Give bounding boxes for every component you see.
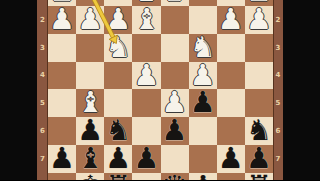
square-a2[interactable]: ♟ <box>245 6 273 34</box>
square-a3[interactable] <box>245 34 273 62</box>
square-c6[interactable] <box>189 117 217 145</box>
square-d6[interactable]: ♟ <box>161 117 189 145</box>
square-c5[interactable]: ♟ <box>189 89 217 117</box>
square-b3[interactable] <box>217 34 245 62</box>
rank-label-right-6: 6 <box>273 127 283 135</box>
piece-black-pawn-h7[interactable]: ♟ <box>49 145 75 173</box>
square-d2[interactable] <box>161 6 189 34</box>
square-b8[interactable] <box>217 173 245 181</box>
square-b4[interactable] <box>217 62 245 90</box>
piece-white-pawn-a2[interactable]: ♟ <box>246 6 272 34</box>
square-g2[interactable]: ♟ <box>76 6 104 34</box>
square-e2[interactable]: ♝ <box>132 6 160 34</box>
piece-black-pawn-d6[interactable]: ♟ <box>162 117 188 145</box>
rank-label-left-7: 7 <box>37 155 48 163</box>
square-e8[interactable] <box>132 173 160 181</box>
chess-board[interactable]: ♜♚♛♜♟♟♟♝♟♟♞♞♟♟♝♟♟♟♞♟♞♟♝♟♟♟♟♚♜♛♝♜ <box>48 0 273 180</box>
square-h7[interactable]: ♟ <box>48 145 76 173</box>
rank-label-left-4: 4 <box>37 71 48 79</box>
square-h3[interactable] <box>48 34 76 62</box>
square-h4[interactable] <box>48 62 76 90</box>
rank-label-left-5: 5 <box>37 99 48 107</box>
piece-black-king-g8[interactable]: ♚ <box>77 173 103 181</box>
piece-black-pawn-e7[interactable]: ♟ <box>133 145 159 173</box>
piece-black-rook-a8[interactable]: ♜ <box>246 173 272 181</box>
square-h8[interactable] <box>48 173 76 181</box>
square-f3[interactable]: ♞ <box>104 34 132 62</box>
piece-white-pawn-g2[interactable]: ♟ <box>77 6 103 34</box>
piece-black-rook-f8[interactable]: ♜ <box>105 173 131 181</box>
piece-white-pawn-e4[interactable]: ♟ <box>133 62 159 90</box>
rank-label-right-3: 3 <box>273 44 283 52</box>
square-f8[interactable]: ♜ <box>104 173 132 181</box>
letterbox-right <box>283 0 320 180</box>
rank-label-right-7: 7 <box>273 155 283 163</box>
piece-black-queen-d8[interactable]: ♛ <box>162 173 188 181</box>
square-d8[interactable]: ♛ <box>161 173 189 181</box>
piece-white-pawn-b2[interactable]: ♟ <box>218 6 244 34</box>
rank-label-right-4: 4 <box>273 71 283 79</box>
rank-label-right-2: 2 <box>273 16 283 24</box>
square-e7[interactable]: ♟ <box>132 145 160 173</box>
square-e5[interactable] <box>132 89 160 117</box>
square-c8[interactable]: ♝ <box>189 173 217 181</box>
square-b5[interactable] <box>217 89 245 117</box>
square-a8[interactable]: ♜ <box>245 173 273 181</box>
video-frame: ♜♚♛♜♟♟♟♝♟♟♞♞♟♟♝♟♟♟♞♟♞♟♝♟♟♟♟♚♜♛♝♜ 2233445… <box>0 0 320 180</box>
square-b2[interactable]: ♟ <box>217 6 245 34</box>
letterbox-left <box>0 0 37 180</box>
square-h2[interactable]: ♟ <box>48 6 76 34</box>
square-h5[interactable] <box>48 89 76 117</box>
square-f4[interactable] <box>104 62 132 90</box>
square-a4[interactable] <box>245 62 273 90</box>
rank-label-left-6: 6 <box>37 127 48 135</box>
rank-label-right-5: 5 <box>273 99 283 107</box>
square-d3[interactable] <box>161 34 189 62</box>
square-g3[interactable] <box>76 34 104 62</box>
board-with-coordinates: ♜♚♛♜♟♟♟♝♟♟♞♞♟♟♝♟♟♟♞♟♞♟♝♟♟♟♟♚♜♛♝♜ 2233445… <box>37 0 283 180</box>
piece-white-knight-f3[interactable]: ♞ <box>105 34 131 62</box>
rank-label-left-2: 2 <box>37 16 48 24</box>
piece-black-pawn-c5[interactable]: ♟ <box>190 89 216 117</box>
piece-white-bishop-e2[interactable]: ♝ <box>133 6 159 34</box>
piece-black-bishop-c8[interactable]: ♝ <box>190 173 216 181</box>
square-g8[interactable]: ♚ <box>76 173 104 181</box>
rank-label-left-3: 3 <box>37 44 48 52</box>
square-e4[interactable]: ♟ <box>132 62 160 90</box>
square-b7[interactable]: ♟ <box>217 145 245 173</box>
piece-white-pawn-h2[interactable]: ♟ <box>49 6 75 34</box>
piece-black-pawn-b7[interactable]: ♟ <box>218 145 244 173</box>
